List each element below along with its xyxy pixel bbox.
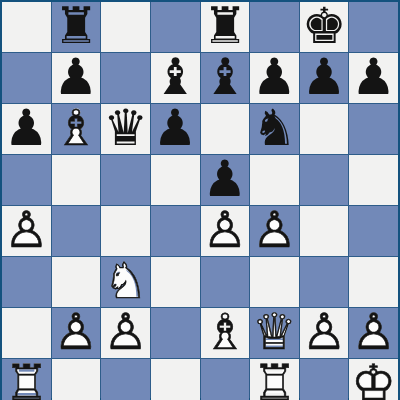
square-e2: ♝♗ [201,308,250,358]
black-pawn-glyph: ♟ [153,103,198,153]
square-d2 [151,308,200,358]
square-g2: ♟♙ [300,308,349,358]
square-a3 [2,257,51,307]
square-b1 [52,359,101,400]
black-king: ♚ [302,1,347,51]
square-g4 [300,206,349,256]
square-e4: ♟♙ [201,206,250,256]
square-f7: ♟ [250,53,299,103]
square-h1: ♚♔ [349,359,398,400]
white-pawn-outline: ♙ [252,205,297,255]
white-rook: ♜♖ [4,358,49,400]
black-rook-glyph: ♜ [202,1,247,51]
black-queen: ♛ [103,103,148,153]
white-rook-outline: ♖ [4,358,49,400]
black-pawn: ♟ [153,103,198,153]
square-b5 [52,155,101,205]
white-pawn: ♟♙ [351,307,396,357]
white-bishop: ♝♗ [202,307,247,357]
square-f6: ♞ [250,104,299,154]
square-b3 [52,257,101,307]
black-bishop: ♝ [153,52,198,102]
black-pawn: ♟ [302,52,347,102]
black-bishop-glyph: ♝ [153,52,198,102]
black-rook-glyph: ♜ [54,1,99,51]
square-a8 [2,2,51,52]
white-pawn: ♟♙ [252,205,297,255]
white-knight: ♞♘ [103,256,148,306]
square-a4: ♟♙ [2,206,51,256]
square-h5 [349,155,398,205]
square-f1: ♜♖ [250,359,299,400]
black-pawn-glyph: ♟ [252,52,297,102]
white-pawn-outline: ♙ [202,205,247,255]
square-f4: ♟♙ [250,206,299,256]
white-pawn-outline: ♙ [302,307,347,357]
square-c8 [101,2,150,52]
black-rook: ♜ [202,1,247,51]
black-knight-glyph: ♞ [252,103,297,153]
square-f3 [250,257,299,307]
white-pawn-outline: ♙ [351,307,396,357]
square-g5 [300,155,349,205]
square-a6: ♟ [2,104,51,154]
white-pawn: ♟♙ [103,307,148,357]
square-g8: ♚ [300,2,349,52]
white-pawn: ♟♙ [302,307,347,357]
black-king-glyph: ♚ [302,1,347,51]
square-a2 [2,308,51,358]
black-bishop-glyph: ♝ [202,52,247,102]
white-pawn-outline: ♙ [54,307,99,357]
square-f2: ♛♕ [250,308,299,358]
white-pawn-outline: ♙ [4,205,49,255]
square-g1 [300,359,349,400]
black-pawn: ♟ [252,52,297,102]
black-pawn-glyph: ♟ [302,52,347,102]
black-queen-glyph: ♛ [103,103,148,153]
square-d4 [151,206,200,256]
square-d7: ♝ [151,53,200,103]
square-c1 [101,359,150,400]
white-queen-outline: ♕ [252,307,297,357]
square-f5 [250,155,299,205]
square-c2: ♟♙ [101,308,150,358]
square-g7: ♟ [300,53,349,103]
chess-board: ♜♜♚♟♝♝♟♟♟♟♝♗♛♟♞♟♟♙♟♙♟♙♞♘♟♙♟♙♝♗♛♕♟♙♟♙♜♖♜♖… [0,0,400,400]
black-pawn-glyph: ♟ [202,154,247,204]
black-pawn: ♟ [4,103,49,153]
white-pawn: ♟♙ [54,307,99,357]
square-e7: ♝ [201,53,250,103]
white-bishop: ♝♗ [54,103,99,153]
square-h3 [349,257,398,307]
square-d5 [151,155,200,205]
square-h8 [349,2,398,52]
black-rook: ♜ [54,1,99,51]
square-d6: ♟ [151,104,200,154]
black-bishop: ♝ [202,52,247,102]
square-b8: ♜ [52,2,101,52]
square-c4 [101,206,150,256]
square-b2: ♟♙ [52,308,101,358]
square-c6: ♛ [101,104,150,154]
black-pawn: ♟ [202,154,247,204]
black-pawn: ♟ [351,52,396,102]
square-c5 [101,155,150,205]
square-h2: ♟♙ [349,308,398,358]
square-c3: ♞♘ [101,257,150,307]
square-h6 [349,104,398,154]
square-g3 [300,257,349,307]
white-king: ♚♔ [351,358,396,400]
square-e6 [201,104,250,154]
black-pawn-glyph: ♟ [351,52,396,102]
square-f8 [250,2,299,52]
white-pawn: ♟♙ [4,205,49,255]
square-b4 [52,206,101,256]
white-pawn: ♟♙ [202,205,247,255]
white-queen: ♛♕ [252,307,297,357]
black-pawn-glyph: ♟ [4,103,49,153]
square-a5 [2,155,51,205]
square-c7 [101,53,150,103]
square-e1 [201,359,250,400]
square-g6 [300,104,349,154]
square-e8: ♜ [201,2,250,52]
square-h7: ♟ [349,53,398,103]
white-rook: ♜♖ [252,358,297,400]
square-b6: ♝♗ [52,104,101,154]
square-e3 [201,257,250,307]
square-d3 [151,257,200,307]
square-e5: ♟ [201,155,250,205]
square-d1 [151,359,200,400]
white-rook-outline: ♖ [252,358,297,400]
square-a7 [2,53,51,103]
white-king-outline: ♔ [351,358,396,400]
white-bishop-outline: ♗ [202,307,247,357]
white-knight-outline: ♘ [103,256,148,306]
white-pawn-outline: ♙ [103,307,148,357]
black-pawn: ♟ [54,52,99,102]
square-a1: ♜♖ [2,359,51,400]
black-knight: ♞ [252,103,297,153]
white-bishop-outline: ♗ [54,103,99,153]
square-h4 [349,206,398,256]
square-d8 [151,2,200,52]
square-b7: ♟ [52,53,101,103]
black-pawn-glyph: ♟ [54,52,99,102]
